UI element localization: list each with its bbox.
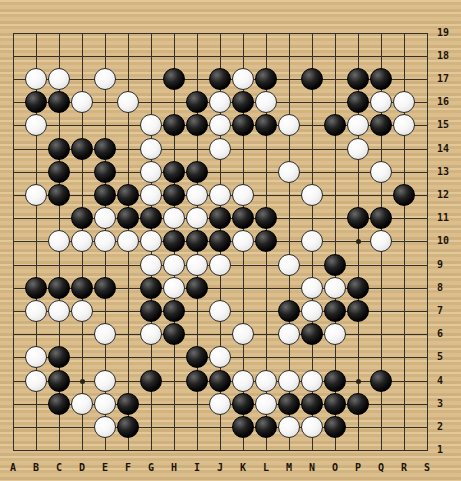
row-label: 15 — [437, 119, 459, 130]
black-stone[interactable] — [255, 230, 277, 252]
black-stone[interactable] — [209, 230, 231, 252]
row-label: 3 — [437, 398, 459, 409]
column-label: E — [95, 462, 115, 473]
row-label: 19 — [437, 27, 459, 38]
row-label: 1 — [437, 444, 459, 455]
black-stone[interactable] — [347, 277, 369, 299]
black-stone[interactable] — [347, 91, 369, 113]
white-stone[interactable] — [48, 68, 70, 90]
white-stone[interactable] — [25, 346, 47, 368]
white-stone[interactable] — [25, 370, 47, 392]
black-stone[interactable] — [163, 300, 185, 322]
black-stone[interactable] — [232, 207, 254, 229]
black-stone[interactable] — [48, 161, 70, 183]
white-stone[interactable] — [301, 370, 323, 392]
white-stone[interactable] — [232, 184, 254, 206]
row-label: 17 — [437, 73, 459, 84]
black-stone[interactable] — [278, 300, 300, 322]
black-stone[interactable] — [94, 184, 116, 206]
white-stone[interactable] — [25, 114, 47, 136]
white-stone[interactable] — [209, 91, 231, 113]
white-stone[interactable] — [278, 114, 300, 136]
black-stone[interactable] — [186, 370, 208, 392]
white-stone[interactable] — [255, 370, 277, 392]
white-stone[interactable] — [278, 161, 300, 183]
black-stone[interactable] — [71, 277, 93, 299]
black-stone[interactable] — [324, 254, 346, 276]
black-stone[interactable] — [25, 91, 47, 113]
black-stone[interactable] — [48, 138, 70, 160]
black-stone[interactable] — [255, 207, 277, 229]
black-stone[interactable] — [209, 370, 231, 392]
black-stone[interactable] — [232, 393, 254, 415]
white-stone[interactable] — [25, 68, 47, 90]
white-stone[interactable] — [94, 370, 116, 392]
black-stone[interactable] — [48, 393, 70, 415]
white-stone[interactable] — [232, 68, 254, 90]
black-stone[interactable] — [163, 323, 185, 345]
white-stone[interactable] — [255, 91, 277, 113]
black-stone[interactable] — [117, 416, 139, 438]
black-stone[interactable] — [232, 114, 254, 136]
white-stone[interactable] — [370, 161, 392, 183]
column-label: K — [233, 462, 253, 473]
white-stone[interactable] — [186, 207, 208, 229]
star-point — [356, 239, 361, 244]
black-stone[interactable] — [324, 370, 346, 392]
black-stone[interactable] — [163, 230, 185, 252]
black-stone[interactable] — [301, 323, 323, 345]
black-stone[interactable] — [370, 207, 392, 229]
row-label: 5 — [437, 351, 459, 362]
white-stone[interactable] — [209, 138, 231, 160]
white-stone[interactable] — [301, 300, 323, 322]
black-stone[interactable] — [163, 68, 185, 90]
black-stone[interactable] — [393, 184, 415, 206]
white-stone[interactable] — [301, 416, 323, 438]
black-stone[interactable] — [71, 207, 93, 229]
white-stone[interactable] — [278, 416, 300, 438]
white-stone[interactable] — [140, 114, 162, 136]
white-stone[interactable] — [71, 300, 93, 322]
black-stone[interactable] — [255, 68, 277, 90]
white-stone[interactable] — [25, 300, 47, 322]
column-label: A — [3, 462, 23, 473]
grid-horizontal-line — [13, 427, 428, 428]
black-stone[interactable] — [370, 114, 392, 136]
white-stone[interactable] — [71, 230, 93, 252]
white-stone[interactable] — [347, 138, 369, 160]
black-stone[interactable] — [232, 91, 254, 113]
white-stone[interactable] — [209, 346, 231, 368]
white-stone[interactable] — [324, 277, 346, 299]
black-stone[interactable] — [94, 161, 116, 183]
white-stone[interactable] — [140, 323, 162, 345]
black-stone[interactable] — [25, 277, 47, 299]
white-stone[interactable] — [232, 230, 254, 252]
white-stone[interactable] — [255, 393, 277, 415]
white-stone[interactable] — [324, 323, 346, 345]
black-stone[interactable] — [347, 207, 369, 229]
black-stone[interactable] — [186, 346, 208, 368]
white-stone[interactable] — [94, 207, 116, 229]
white-stone[interactable] — [163, 207, 185, 229]
row-label: 11 — [437, 212, 459, 223]
black-stone[interactable] — [140, 370, 162, 392]
white-stone[interactable] — [163, 254, 185, 276]
white-stone[interactable] — [140, 184, 162, 206]
white-stone[interactable] — [25, 184, 47, 206]
star-point — [356, 379, 361, 384]
star-point — [80, 379, 85, 384]
black-stone[interactable] — [94, 138, 116, 160]
white-stone[interactable] — [71, 393, 93, 415]
white-stone[interactable] — [48, 230, 70, 252]
white-stone[interactable] — [347, 114, 369, 136]
black-stone[interactable] — [117, 184, 139, 206]
black-stone[interactable] — [94, 277, 116, 299]
black-stone[interactable] — [163, 161, 185, 183]
row-label: 2 — [437, 421, 459, 432]
white-stone[interactable] — [209, 184, 231, 206]
black-stone[interactable] — [209, 68, 231, 90]
white-stone[interactable] — [117, 91, 139, 113]
column-label: N — [302, 462, 322, 473]
row-label: 10 — [437, 235, 459, 246]
white-stone[interactable] — [71, 91, 93, 113]
white-stone[interactable] — [370, 91, 392, 113]
black-stone[interactable] — [71, 138, 93, 160]
column-label: H — [164, 462, 184, 473]
white-stone[interactable] — [301, 230, 323, 252]
black-stone[interactable] — [117, 207, 139, 229]
black-stone[interactable] — [370, 68, 392, 90]
column-label: C — [49, 462, 69, 473]
black-stone[interactable] — [232, 416, 254, 438]
white-stone[interactable] — [393, 114, 415, 136]
column-label: B — [26, 462, 46, 473]
black-stone[interactable] — [255, 416, 277, 438]
row-label: 8 — [437, 282, 459, 293]
column-label: J — [210, 462, 230, 473]
white-stone[interactable] — [278, 254, 300, 276]
black-stone[interactable] — [209, 207, 231, 229]
white-stone[interactable] — [117, 230, 139, 252]
row-label: 16 — [437, 96, 459, 107]
column-label: R — [394, 462, 414, 473]
white-stone[interactable] — [209, 254, 231, 276]
white-stone[interactable] — [301, 184, 323, 206]
white-stone[interactable] — [140, 161, 162, 183]
row-label: 4 — [437, 375, 459, 386]
black-stone[interactable] — [324, 300, 346, 322]
black-stone[interactable] — [347, 68, 369, 90]
column-label: S — [417, 462, 437, 473]
black-stone[interactable] — [163, 184, 185, 206]
white-stone[interactable] — [209, 300, 231, 322]
black-stone[interactable] — [186, 277, 208, 299]
white-stone[interactable] — [232, 370, 254, 392]
column-label: M — [279, 462, 299, 473]
row-label: 13 — [437, 166, 459, 177]
row-label: 12 — [437, 189, 459, 200]
black-stone[interactable] — [347, 393, 369, 415]
black-stone[interactable] — [347, 300, 369, 322]
grid-horizontal-line — [13, 334, 428, 335]
black-stone[interactable] — [48, 91, 70, 113]
white-stone[interactable] — [278, 370, 300, 392]
black-stone[interactable] — [186, 230, 208, 252]
white-stone[interactable] — [370, 230, 392, 252]
white-stone[interactable] — [278, 323, 300, 345]
grid-vertical-line — [427, 33, 428, 452]
row-label: 14 — [437, 143, 459, 154]
black-stone[interactable] — [48, 346, 70, 368]
white-stone[interactable] — [140, 230, 162, 252]
black-stone[interactable] — [255, 114, 277, 136]
white-stone[interactable] — [94, 68, 116, 90]
black-stone[interactable] — [324, 393, 346, 415]
white-stone[interactable] — [94, 393, 116, 415]
black-stone[interactable] — [48, 277, 70, 299]
black-stone[interactable] — [186, 161, 208, 183]
black-stone[interactable] — [301, 393, 323, 415]
black-stone[interactable] — [140, 300, 162, 322]
white-stone[interactable] — [301, 277, 323, 299]
white-stone[interactable] — [186, 254, 208, 276]
black-stone[interactable] — [140, 277, 162, 299]
column-label: Q — [371, 462, 391, 473]
column-label: L — [256, 462, 276, 473]
black-stone[interactable] — [186, 114, 208, 136]
white-stone[interactable] — [209, 393, 231, 415]
row-label: 18 — [437, 50, 459, 61]
column-label: G — [141, 462, 161, 473]
black-stone[interactable] — [324, 416, 346, 438]
black-stone[interactable] — [48, 370, 70, 392]
black-stone[interactable] — [278, 393, 300, 415]
column-label: D — [72, 462, 92, 473]
black-stone[interactable] — [117, 393, 139, 415]
grid-horizontal-line — [13, 450, 428, 451]
white-stone[interactable] — [393, 91, 415, 113]
white-stone[interactable] — [186, 184, 208, 206]
white-stone[interactable] — [232, 323, 254, 345]
white-stone[interactable] — [48, 300, 70, 322]
row-label: 6 — [437, 328, 459, 339]
black-stone[interactable] — [324, 114, 346, 136]
white-stone[interactable] — [163, 277, 185, 299]
black-stone[interactable] — [370, 370, 392, 392]
column-label: P — [348, 462, 368, 473]
black-stone[interactable] — [301, 68, 323, 90]
white-stone[interactable] — [209, 114, 231, 136]
white-stone[interactable] — [140, 254, 162, 276]
column-label: I — [187, 462, 207, 473]
white-stone[interactable] — [94, 323, 116, 345]
column-label: O — [325, 462, 345, 473]
black-stone[interactable] — [186, 91, 208, 113]
white-stone[interactable] — [140, 138, 162, 160]
go-board[interactable]: ABCDEFGHIJKLMNOPQRS191817161514131211109… — [0, 0, 461, 481]
black-stone[interactable] — [163, 114, 185, 136]
white-stone[interactable] — [94, 416, 116, 438]
row-label: 7 — [437, 305, 459, 316]
white-stone[interactable] — [94, 230, 116, 252]
column-label: F — [118, 462, 138, 473]
black-stone[interactable] — [140, 207, 162, 229]
black-stone[interactable] — [48, 184, 70, 206]
row-label: 9 — [437, 259, 459, 270]
